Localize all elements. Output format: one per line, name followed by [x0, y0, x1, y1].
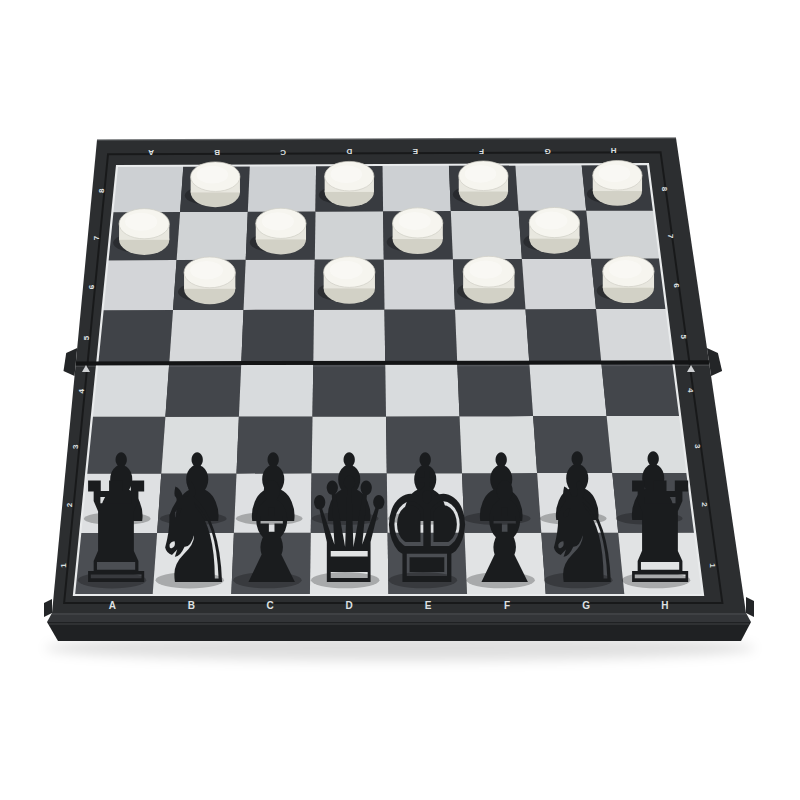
- file-label-top-b: B: [214, 148, 220, 157]
- rank-label-left-5: 5: [82, 335, 91, 340]
- square-b7[interactable]: [177, 212, 248, 260]
- rank-label-right-8: 8: [660, 187, 669, 192]
- square-h5[interactable]: [596, 309, 673, 362]
- square-f4[interactable]: [457, 362, 533, 417]
- square-c4[interactable]: [239, 362, 313, 417]
- rank-label-right-6: 6: [672, 283, 681, 288]
- product-photo-white-background: ABCDEFGHABCDEFGH8765432187654321 ♟♟♟♟♟♟♟…: [0, 0, 800, 800]
- square-a6[interactable]: [103, 260, 177, 310]
- square-c8[interactable]: [248, 165, 316, 211]
- piece-black-bishop-f1[interactable]: ♝: [460, 453, 549, 615]
- square-e6[interactable]: [384, 259, 455, 309]
- piece-black-rook-a1[interactable]: ♜: [71, 453, 160, 615]
- piece-black-knight-b1[interactable]: ♞: [149, 453, 238, 615]
- rank-label-left-8: 8: [97, 188, 106, 193]
- square-d5[interactable]: [313, 310, 385, 362]
- square-g8[interactable]: [515, 164, 586, 211]
- svg-text:♞: ♞: [538, 453, 627, 615]
- rank-label-left-3: 3: [71, 444, 80, 449]
- svg-text:♝: ♝: [460, 453, 549, 615]
- file-label-top-g: G: [544, 147, 550, 156]
- rank-label-right-7: 7: [666, 234, 675, 239]
- piece-black-rook-h1[interactable]: ♜: [616, 453, 705, 615]
- rank-label-left-4: 4: [77, 389, 86, 394]
- square-g6[interactable]: [522, 259, 596, 309]
- file-label-top-a: A: [148, 148, 154, 157]
- square-a4[interactable]: [92, 362, 169, 417]
- square-d7[interactable]: [315, 211, 384, 259]
- square-e8[interactable]: [383, 165, 451, 212]
- square-f5[interactable]: [455, 309, 529, 362]
- square-f7[interactable]: [451, 211, 522, 259]
- square-c5[interactable]: [241, 310, 314, 362]
- square-d4[interactable]: [313, 362, 387, 417]
- rank-label-right-1: 1: [708, 563, 717, 568]
- square-h7[interactable]: [586, 210, 660, 258]
- square-g5[interactable]: [526, 309, 602, 362]
- svg-text:♞: ♞: [149, 453, 238, 615]
- square-h4[interactable]: [601, 361, 680, 416]
- square-c6[interactable]: [244, 260, 315, 310]
- square-e4[interactable]: [385, 362, 459, 417]
- rank-label-right-4: 4: [686, 388, 695, 393]
- file-label-top-e: E: [412, 147, 418, 156]
- square-e5[interactable]: [385, 309, 458, 361]
- square-a5[interactable]: [97, 310, 173, 362]
- square-g4[interactable]: [529, 361, 606, 416]
- fold-seam: [76, 362, 709, 366]
- file-label-top-d: D: [346, 147, 352, 156]
- rank-label-left-6: 6: [87, 284, 96, 289]
- rank-label-left-1: 1: [59, 563, 68, 568]
- file-label-top-c: C: [280, 148, 286, 157]
- rank-label-left-7: 7: [92, 235, 101, 240]
- svg-text:♜: ♜: [71, 453, 160, 615]
- piece-black-knight-g1[interactable]: ♞: [538, 453, 627, 615]
- square-a8[interactable]: [112, 166, 183, 212]
- rank-label-right-3: 3: [693, 444, 702, 449]
- file-label-top-h: H: [611, 146, 617, 155]
- chess-checkers-board: ABCDEFGHABCDEFGH8765432187654321 ♟♟♟♟♟♟♟…: [0, 0, 800, 800]
- rank-label-right-5: 5: [679, 335, 688, 340]
- square-b4[interactable]: [165, 362, 241, 417]
- file-label-top-f: F: [479, 147, 484, 156]
- svg-text:♜: ♜: [616, 453, 705, 615]
- square-b5[interactable]: [169, 310, 243, 362]
